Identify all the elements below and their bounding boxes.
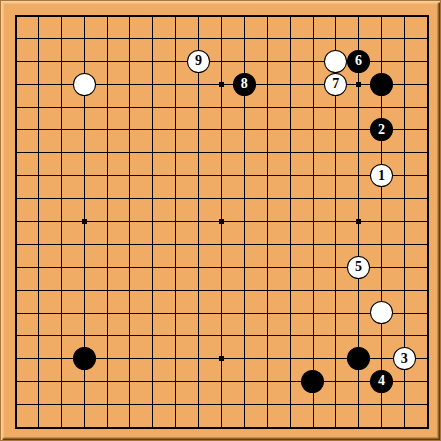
board-point-Q17: 6 [347, 50, 370, 73]
stone-black-Q17: 6 [347, 50, 370, 73]
stone-black-R14: 2 [370, 118, 393, 141]
board-point-S4: 3 [393, 347, 416, 370]
board-point-R3: 4 [370, 370, 393, 393]
board-point-J17: 9 [187, 50, 210, 73]
board-point-O3 [301, 370, 324, 393]
stone-white-P16: 7 [324, 73, 347, 96]
move-number: 4 [378, 374, 385, 388]
stone-white-D16 [73, 73, 96, 96]
move-number: 6 [355, 54, 362, 68]
board-point-R16 [370, 73, 393, 96]
board-point-D16 [73, 73, 96, 96]
move-number: 2 [378, 122, 385, 136]
stone-black-O3 [301, 370, 324, 393]
board-point-Q8: 5 [347, 256, 370, 279]
move-number: 7 [332, 77, 339, 91]
move-number: 5 [355, 260, 362, 274]
go-board: 123456789 [0, 0, 441, 441]
move-number: 3 [401, 351, 408, 365]
board-point-P17 [324, 50, 347, 73]
board-point-D4 [73, 347, 96, 370]
stone-white-P17 [324, 50, 347, 73]
stone-black-D4 [73, 347, 96, 370]
board-point-P16: 7 [324, 73, 347, 96]
move-number: 9 [195, 54, 202, 68]
stone-black-Q4 [347, 347, 370, 370]
move-number: 8 [241, 77, 248, 91]
stone-white-J17: 9 [187, 50, 210, 73]
goban-grid[interactable]: 123456789 [4, 4, 439, 439]
move-number: 1 [378, 168, 385, 182]
board-point-R6 [370, 301, 393, 324]
stone-black-R16 [370, 73, 393, 96]
board-point-R12: 1 [370, 164, 393, 187]
board-point-R14: 2 [370, 118, 393, 141]
stone-black-L16: 8 [233, 73, 256, 96]
stone-white-S4: 3 [393, 347, 416, 370]
stone-black-R3: 4 [370, 370, 393, 393]
board-point-L16: 8 [233, 73, 256, 96]
board-point-Q4 [347, 347, 370, 370]
stone-white-R12: 1 [370, 164, 393, 187]
stone-white-R6 [370, 301, 393, 324]
stone-white-Q8: 5 [347, 256, 370, 279]
